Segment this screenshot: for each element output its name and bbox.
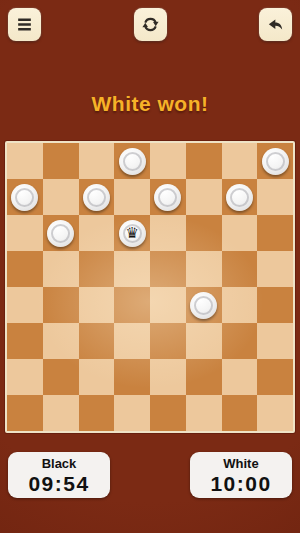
square-r0c5[interactable] [186, 143, 222, 179]
white-clock-time: 10:00 [190, 472, 292, 495]
square-r4c6[interactable] [222, 287, 258, 323]
square-r0c3[interactable] [114, 143, 150, 179]
white-king-piece[interactable]: ♛ [119, 220, 146, 247]
square-r5c0[interactable] [7, 323, 43, 359]
white-man-piece[interactable] [119, 148, 146, 175]
square-r6c2[interactable] [79, 359, 115, 395]
square-r0c6[interactable] [222, 143, 258, 179]
square-r1c4[interactable] [150, 179, 186, 215]
square-r2c5[interactable] [186, 215, 222, 251]
square-r1c6[interactable] [222, 179, 258, 215]
square-r0c1[interactable] [43, 143, 79, 179]
square-r3c5[interactable] [186, 251, 222, 287]
white-man-piece[interactable] [83, 184, 110, 211]
square-r2c1[interactable] [43, 215, 79, 251]
square-r3c6[interactable] [222, 251, 258, 287]
square-r2c6[interactable] [222, 215, 258, 251]
square-r7c2[interactable] [79, 395, 115, 431]
black-clock-time: 09:54 [8, 472, 110, 495]
crown-icon: ♛ [125, 226, 138, 241]
square-r7c6[interactable] [222, 395, 258, 431]
square-r4c5[interactable] [186, 287, 222, 323]
square-r7c7[interactable] [257, 395, 293, 431]
menu-button[interactable] [8, 8, 41, 41]
game-status-text: White won! [0, 92, 300, 116]
board: ♛ [7, 143, 293, 431]
square-r5c2[interactable] [79, 323, 115, 359]
black-clock-label: Black [8, 456, 110, 472]
square-r5c6[interactable] [222, 323, 258, 359]
square-r6c6[interactable] [222, 359, 258, 395]
square-r7c3[interactable] [114, 395, 150, 431]
square-r1c5[interactable] [186, 179, 222, 215]
square-r3c0[interactable] [7, 251, 43, 287]
square-r1c1[interactable] [43, 179, 79, 215]
undo-arrow-icon [266, 15, 285, 34]
square-r2c2[interactable] [79, 215, 115, 251]
square-r5c4[interactable] [150, 323, 186, 359]
square-r5c3[interactable] [114, 323, 150, 359]
white-man-piece[interactable] [11, 184, 38, 211]
square-r6c4[interactable] [150, 359, 186, 395]
board-frame: ♛ [5, 141, 295, 433]
square-r3c4[interactable] [150, 251, 186, 287]
square-r3c7[interactable] [257, 251, 293, 287]
square-r4c7[interactable] [257, 287, 293, 323]
hamburger-icon [15, 15, 34, 34]
white-clock: White 10:00 [190, 452, 292, 498]
square-r2c4[interactable] [150, 215, 186, 251]
square-r1c0[interactable] [7, 179, 43, 215]
square-r7c1[interactable] [43, 395, 79, 431]
square-r5c5[interactable] [186, 323, 222, 359]
toolbar [0, 0, 300, 49]
undo-button[interactable] [259, 8, 292, 41]
white-man-piece[interactable] [47, 220, 74, 247]
square-r2c0[interactable] [7, 215, 43, 251]
square-r2c7[interactable] [257, 215, 293, 251]
square-r7c5[interactable] [186, 395, 222, 431]
square-r1c3[interactable] [114, 179, 150, 215]
white-man-piece[interactable] [262, 148, 289, 175]
square-r1c7[interactable] [257, 179, 293, 215]
white-man-piece[interactable] [190, 292, 217, 319]
black-clock: Black 09:54 [8, 452, 110, 498]
square-r7c0[interactable] [7, 395, 43, 431]
square-r6c3[interactable] [114, 359, 150, 395]
refresh-icon [141, 15, 160, 34]
app-screen: White won! ♛ Black 09:54 White 10:00 [0, 0, 300, 533]
square-r6c5[interactable] [186, 359, 222, 395]
square-r3c1[interactable] [43, 251, 79, 287]
square-r6c7[interactable] [257, 359, 293, 395]
square-r0c7[interactable] [257, 143, 293, 179]
square-r2c3[interactable]: ♛ [114, 215, 150, 251]
square-r3c3[interactable] [114, 251, 150, 287]
square-r0c2[interactable] [79, 143, 115, 179]
square-r6c0[interactable] [7, 359, 43, 395]
square-r0c4[interactable] [150, 143, 186, 179]
restart-button[interactable] [134, 8, 167, 41]
square-r4c4[interactable] [150, 287, 186, 323]
white-clock-label: White [190, 456, 292, 472]
square-r4c1[interactable] [43, 287, 79, 323]
white-man-piece[interactable] [226, 184, 253, 211]
square-r5c1[interactable] [43, 323, 79, 359]
square-r5c7[interactable] [257, 323, 293, 359]
square-r7c4[interactable] [150, 395, 186, 431]
square-r4c3[interactable] [114, 287, 150, 323]
square-r3c2[interactable] [79, 251, 115, 287]
clocks: Black 09:54 White 10:00 [0, 452, 300, 498]
square-r6c1[interactable] [43, 359, 79, 395]
square-r4c2[interactable] [79, 287, 115, 323]
square-r4c0[interactable] [7, 287, 43, 323]
white-man-piece[interactable] [154, 184, 181, 211]
square-r0c0[interactable] [7, 143, 43, 179]
square-r1c2[interactable] [79, 179, 115, 215]
